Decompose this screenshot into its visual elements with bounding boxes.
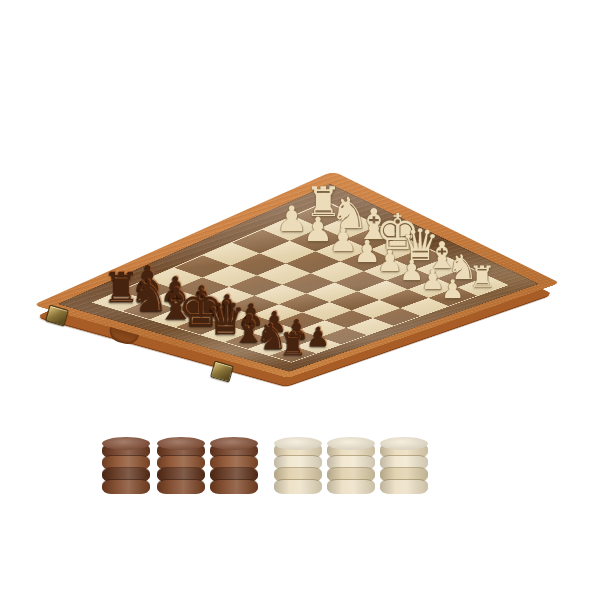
checkers-stack-light-3[interactable] bbox=[380, 437, 428, 497]
checkers-stack-dark-1[interactable] bbox=[102, 437, 150, 497]
checker-disc bbox=[274, 480, 322, 494]
piece-light-rook[interactable]: ♜ bbox=[469, 263, 496, 293]
checker-top-face bbox=[380, 437, 428, 450]
checker-disc bbox=[157, 480, 205, 494]
piece-dark-rook[interactable]: ♜ bbox=[279, 330, 307, 361]
checker-disc bbox=[327, 480, 375, 494]
piece-dark-pawn[interactable]: ♟ bbox=[306, 325, 330, 352]
brass-latch-icon bbox=[210, 361, 234, 383]
checker-disc bbox=[210, 480, 258, 494]
checker-disc bbox=[102, 480, 150, 494]
checker-top-face bbox=[210, 437, 258, 450]
checker-top-face bbox=[327, 437, 375, 450]
checkers-stack-dark-2[interactable] bbox=[157, 437, 205, 497]
checker-top-face bbox=[274, 437, 322, 450]
checkers-stack-dark-3[interactable] bbox=[210, 437, 258, 497]
checker-disc bbox=[380, 480, 428, 494]
checkers-stack-light-1[interactable] bbox=[274, 437, 322, 497]
checkers-stack-light-2[interactable] bbox=[327, 437, 375, 497]
product-photo-scene: ♜♞♝♚♛♝♞♜♟♟♟♟♟♟♟♟♟♟♟♟♟♟♟♟♜♞♝♚♛♝♞♜ bbox=[0, 0, 600, 600]
checker-top-face bbox=[157, 437, 205, 450]
piece-light-pawn[interactable]: ♟ bbox=[441, 277, 464, 303]
checker-top-face bbox=[102, 437, 150, 450]
